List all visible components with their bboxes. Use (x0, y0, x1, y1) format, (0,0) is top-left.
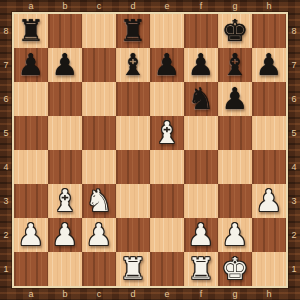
square-g8[interactable]: ♚ (218, 14, 252, 48)
square-e7[interactable]: ♟ (150, 48, 184, 82)
piece-white-pawn[interactable]: ♟ (188, 218, 215, 252)
piece-white-knight[interactable]: ♞ (86, 184, 113, 218)
chess-board: aabbccddeeffgghh8877665544332211 ♜♜♚♟♟♝♟… (0, 0, 300, 300)
square-e2[interactable] (150, 218, 184, 252)
square-e4[interactable] (150, 150, 184, 184)
coord-label-top-d: d (116, 0, 150, 12)
coord-label-right-4: 4 (288, 150, 300, 184)
piece-white-rook[interactable]: ♜ (120, 252, 147, 286)
square-a5[interactable] (14, 116, 48, 150)
coord-label-bottom-h: h (252, 288, 286, 300)
square-a7[interactable]: ♟ (14, 48, 48, 82)
coord-label-top-f: f (184, 0, 218, 12)
square-d7[interactable]: ♝ (116, 48, 150, 82)
square-b5[interactable] (48, 116, 82, 150)
square-c6[interactable] (82, 82, 116, 116)
square-b3[interactable]: ♝ (48, 184, 82, 218)
piece-white-pawn[interactable]: ♟ (222, 218, 249, 252)
square-b2[interactable]: ♟ (48, 218, 82, 252)
piece-white-bishop[interactable]: ♝ (52, 184, 79, 218)
square-b7[interactable]: ♟ (48, 48, 82, 82)
coord-label-left-2: 2 (0, 218, 12, 252)
coord-label-bottom-g: g (218, 288, 252, 300)
square-e1[interactable] (150, 252, 184, 286)
square-a3[interactable] (14, 184, 48, 218)
square-f6[interactable]: ♞ (184, 82, 218, 116)
square-a6[interactable] (14, 82, 48, 116)
piece-white-pawn[interactable]: ♟ (18, 218, 45, 252)
piece-black-pawn[interactable]: ♟ (188, 48, 215, 82)
square-e8[interactable] (150, 14, 184, 48)
coord-label-top-h: h (252, 0, 286, 12)
square-d2[interactable] (116, 218, 150, 252)
square-h4[interactable] (252, 150, 286, 184)
coord-label-right-2: 2 (288, 218, 300, 252)
square-f2[interactable]: ♟ (184, 218, 218, 252)
piece-white-king[interactable]: ♚ (222, 252, 249, 286)
square-c1[interactable] (82, 252, 116, 286)
square-g1[interactable]: ♚ (218, 252, 252, 286)
square-h5[interactable] (252, 116, 286, 150)
square-a1[interactable] (14, 252, 48, 286)
piece-white-pawn[interactable]: ♟ (86, 218, 113, 252)
square-d3[interactable] (116, 184, 150, 218)
square-h2[interactable] (252, 218, 286, 252)
square-g6[interactable]: ♟ (218, 82, 252, 116)
coord-label-left-5: 5 (0, 116, 12, 150)
coord-label-left-7: 7 (0, 48, 12, 82)
square-f4[interactable] (184, 150, 218, 184)
piece-white-pawn[interactable]: ♟ (52, 218, 79, 252)
square-h1[interactable] (252, 252, 286, 286)
square-d6[interactable] (116, 82, 150, 116)
square-c8[interactable] (82, 14, 116, 48)
square-a8[interactable]: ♜ (14, 14, 48, 48)
piece-black-pawn[interactable]: ♟ (222, 82, 249, 116)
coord-label-bottom-f: f (184, 288, 218, 300)
coord-label-left-3: 3 (0, 184, 12, 218)
piece-white-pawn[interactable]: ♟ (256, 184, 283, 218)
coord-label-bottom-e: e (150, 288, 184, 300)
piece-black-pawn[interactable]: ♟ (154, 48, 181, 82)
square-c2[interactable]: ♟ (82, 218, 116, 252)
coord-label-right-1: 1 (288, 252, 300, 286)
square-g7[interactable]: ♝ (218, 48, 252, 82)
square-d8[interactable]: ♜ (116, 14, 150, 48)
piece-black-rook[interactable]: ♜ (120, 14, 147, 48)
coord-label-top-g: g (218, 0, 252, 12)
coord-label-bottom-b: b (48, 288, 82, 300)
square-d4[interactable] (116, 150, 150, 184)
square-g5[interactable] (218, 116, 252, 150)
coord-label-left-1: 1 (0, 252, 12, 286)
piece-black-pawn[interactable]: ♟ (18, 48, 45, 82)
square-c7[interactable] (82, 48, 116, 82)
square-c3[interactable]: ♞ (82, 184, 116, 218)
coord-label-bottom-a: a (14, 288, 48, 300)
coord-label-top-b: b (48, 0, 82, 12)
square-c5[interactable] (82, 116, 116, 150)
piece-white-rook[interactable]: ♜ (188, 252, 215, 286)
square-e3[interactable] (150, 184, 184, 218)
square-h6[interactable] (252, 82, 286, 116)
square-b6[interactable] (48, 82, 82, 116)
square-f7[interactable]: ♟ (184, 48, 218, 82)
square-h8[interactable] (252, 14, 286, 48)
coord-label-right-3: 3 (288, 184, 300, 218)
square-d1[interactable]: ♜ (116, 252, 150, 286)
square-b4[interactable] (48, 150, 82, 184)
coord-label-bottom-d: d (116, 288, 150, 300)
coord-label-left-8: 8 (0, 14, 12, 48)
piece-black-bishop[interactable]: ♝ (222, 48, 249, 82)
piece-black-knight[interactable]: ♞ (188, 82, 215, 116)
square-a4[interactable] (14, 150, 48, 184)
piece-black-pawn[interactable]: ♟ (52, 48, 79, 82)
square-d5[interactable] (116, 116, 150, 150)
piece-black-king[interactable]: ♚ (222, 14, 249, 48)
square-g2[interactable]: ♟ (218, 218, 252, 252)
square-g4[interactable] (218, 150, 252, 184)
coord-label-bottom-c: c (82, 288, 116, 300)
coord-label-top-c: c (82, 0, 116, 12)
square-f5[interactable] (184, 116, 218, 150)
square-h7[interactable]: ♟ (252, 48, 286, 82)
coord-label-right-5: 5 (288, 116, 300, 150)
board-frame: ♜♜♚♟♟♝♟♟♝♟♞♟♝♝♞♟♟♟♟♟♟♜♜♚ (12, 12, 288, 288)
square-e5[interactable]: ♝ (150, 116, 184, 150)
coord-label-top-e: e (150, 0, 184, 12)
square-e6[interactable] (150, 82, 184, 116)
square-h3[interactable]: ♟ (252, 184, 286, 218)
square-b8[interactable] (48, 14, 82, 48)
coord-label-right-7: 7 (288, 48, 300, 82)
square-f8[interactable] (184, 14, 218, 48)
square-a2[interactable]: ♟ (14, 218, 48, 252)
coord-label-right-8: 8 (288, 14, 300, 48)
piece-black-pawn[interactable]: ♟ (256, 48, 283, 82)
square-c4[interactable] (82, 150, 116, 184)
coord-label-left-4: 4 (0, 150, 12, 184)
square-f3[interactable] (184, 184, 218, 218)
square-g3[interactable] (218, 184, 252, 218)
coord-label-top-a: a (14, 0, 48, 12)
square-f1[interactable]: ♜ (184, 252, 218, 286)
piece-black-rook[interactable]: ♜ (18, 14, 45, 48)
piece-white-bishop[interactable]: ♝ (154, 116, 181, 150)
coord-label-left-6: 6 (0, 82, 12, 116)
coord-label-right-6: 6 (288, 82, 300, 116)
piece-black-bishop[interactable]: ♝ (120, 48, 147, 82)
square-b1[interactable] (48, 252, 82, 286)
board-grid: ♜♜♚♟♟♝♟♟♝♟♞♟♝♝♞♟♟♟♟♟♟♜♜♚ (14, 14, 286, 286)
